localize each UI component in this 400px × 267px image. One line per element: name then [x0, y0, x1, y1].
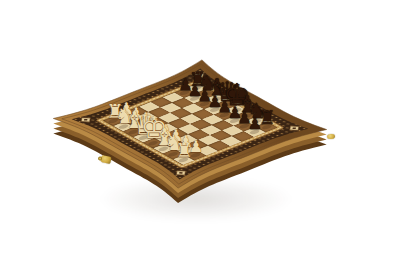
piece-contact-shadow — [260, 124, 273, 130]
photo-scene: ♜♟♟♜♞♟♟♞♝♟♟♝♛♟♟♛♚♟♟♚♝♟♟♝♞♟♟♞♜♟♟♜ — [0, 0, 400, 267]
piece-contact-shadow — [248, 129, 261, 135]
brass-hinge — [327, 133, 336, 139]
piece-contact-shadow — [177, 157, 190, 163]
piece-contact-shadow — [189, 152, 202, 158]
